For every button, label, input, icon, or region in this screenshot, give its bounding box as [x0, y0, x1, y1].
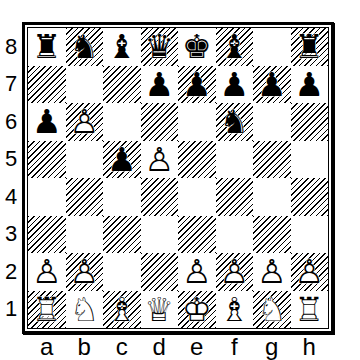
piece-black-pawn: ♟♟ [216, 66, 254, 104]
piece-black-pawn: ♟♟ [141, 66, 179, 104]
file-label-b: b [66, 334, 104, 360]
square-c3[interactable] [103, 216, 141, 254]
piece-white-bishop: ♝♗ [216, 291, 254, 329]
piece-white-pawn: ♟♙ [216, 253, 254, 291]
piece-glyph: ♟ [182, 68, 212, 101]
piece-glyph: ♜ [32, 30, 62, 63]
square-b8[interactable]: ♞♞ [66, 28, 104, 66]
file-label-f: f [216, 334, 254, 360]
square-h5[interactable] [291, 141, 329, 179]
rank-label-5: 5 [0, 141, 22, 179]
square-a4[interactable] [28, 178, 66, 216]
square-b4[interactable] [66, 178, 104, 216]
piece-black-pawn: ♟♟ [291, 66, 329, 104]
piece-glyph: ♗ [219, 293, 249, 326]
square-g7[interactable]: ♟♟ [253, 66, 291, 104]
rank-label-8: 8 [0, 28, 22, 66]
square-g3[interactable] [253, 216, 291, 254]
square-a7[interactable] [28, 66, 66, 104]
piece-black-pawn: ♟♟ [103, 141, 141, 179]
square-e3[interactable] [178, 216, 216, 254]
square-c2[interactable] [103, 253, 141, 291]
square-c8[interactable]: ♝♝ [103, 28, 141, 66]
square-h3[interactable] [291, 216, 329, 254]
square-d2[interactable] [141, 253, 179, 291]
piece-white-rook: ♜♖ [291, 291, 329, 329]
square-e7[interactable]: ♟♟ [178, 66, 216, 104]
square-g8[interactable] [253, 28, 291, 66]
piece-glyph: ♟ [219, 68, 249, 101]
square-f8[interactable]: ♝♝ [216, 28, 254, 66]
piece-glyph: ♙ [144, 143, 174, 176]
piece-glyph: ♙ [182, 255, 212, 288]
square-a5[interactable] [28, 141, 66, 179]
piece-white-pawn: ♟♙ [141, 141, 179, 179]
square-e6[interactable] [178, 103, 216, 141]
square-e4[interactable] [178, 178, 216, 216]
piece-glyph: ♚ [182, 30, 212, 63]
piece-white-pawn: ♟♙ [291, 253, 329, 291]
piece-glyph: ♟ [32, 105, 62, 138]
piece-glyph: ♛ [144, 30, 174, 63]
piece-black-knight: ♞♞ [66, 28, 104, 66]
piece-white-pawn: ♟♙ [28, 253, 66, 291]
piece-black-pawn: ♟♟ [178, 66, 216, 104]
square-h1[interactable]: ♜♖ [291, 291, 329, 329]
file-label-g: g [253, 334, 291, 360]
piece-white-knight: ♞♘ [66, 291, 104, 329]
square-h2[interactable]: ♟♙ [291, 253, 329, 291]
square-g6[interactable] [253, 103, 291, 141]
square-f4[interactable] [216, 178, 254, 216]
chess-diagram: 87654321 abcdefgh ♜♜♞♞♝♝♛♛♚♚♝♝♜♜♟♟♟♟♟♟♟♟… [0, 0, 360, 360]
rank-label-4: 4 [0, 178, 22, 216]
piece-black-bishop: ♝♝ [103, 28, 141, 66]
piece-glyph: ♖ [294, 293, 324, 326]
rank-label-3: 3 [0, 216, 22, 254]
square-h4[interactable] [291, 178, 329, 216]
piece-glyph: ♟ [294, 68, 324, 101]
square-h6[interactable] [291, 103, 329, 141]
square-a3[interactable] [28, 216, 66, 254]
square-h7[interactable]: ♟♟ [291, 66, 329, 104]
piece-glyph: ♞ [69, 30, 99, 63]
piece-white-knight: ♞♘ [253, 291, 291, 329]
square-c7[interactable] [103, 66, 141, 104]
piece-black-knight: ♞♞ [216, 103, 254, 141]
piece-black-rook: ♜♜ [28, 28, 66, 66]
file-label-d: d [141, 334, 179, 360]
square-c5[interactable]: ♟♟ [103, 141, 141, 179]
square-g4[interactable] [253, 178, 291, 216]
piece-glyph: ♔ [182, 293, 212, 326]
piece-glyph: ♜ [294, 30, 324, 63]
piece-glyph: ♝ [219, 30, 249, 63]
square-b7[interactable] [66, 66, 104, 104]
square-c4[interactable] [103, 178, 141, 216]
file-label-h: h [291, 334, 329, 360]
square-d6[interactable] [141, 103, 179, 141]
piece-white-rook: ♜♖ [28, 291, 66, 329]
piece-black-rook: ♜♜ [291, 28, 329, 66]
piece-glyph: ♙ [69, 105, 99, 138]
piece-black-bishop: ♝♝ [216, 28, 254, 66]
rank-label-2: 2 [0, 253, 22, 291]
piece-glyph: ♙ [294, 255, 324, 288]
square-e2[interactable]: ♟♙ [178, 253, 216, 291]
piece-black-queen: ♛♛ [141, 28, 179, 66]
square-e1[interactable]: ♚♔ [178, 291, 216, 329]
square-f6[interactable]: ♞♞ [216, 103, 254, 141]
piece-white-queen: ♛♕ [141, 291, 179, 329]
piece-black-pawn: ♟♟ [253, 66, 291, 104]
piece-glyph: ♘ [257, 293, 287, 326]
piece-white-king: ♚♔ [178, 291, 216, 329]
square-c6[interactable] [103, 103, 141, 141]
square-d4[interactable] [141, 178, 179, 216]
square-b3[interactable] [66, 216, 104, 254]
board-frame: ♜♜♞♞♝♝♛♛♚♚♝♝♜♜♟♟♟♟♟♟♟♟♟♟♟♟♟♙♞♞♟♟♟♙♟♙♟♙♟♙… [22, 22, 334, 334]
square-f7[interactable]: ♟♟ [216, 66, 254, 104]
square-b6[interactable]: ♟♙ [66, 103, 104, 141]
square-d1[interactable]: ♛♕ [141, 291, 179, 329]
piece-white-pawn: ♟♙ [178, 253, 216, 291]
file-label-c: c [103, 334, 141, 360]
piece-black-king: ♚♚ [178, 28, 216, 66]
square-f1[interactable]: ♝♗ [216, 291, 254, 329]
piece-glyph: ♙ [69, 255, 99, 288]
piece-black-pawn: ♟♟ [28, 103, 66, 141]
square-g5[interactable] [253, 141, 291, 179]
piece-white-bishop: ♝♗ [103, 291, 141, 329]
square-h8[interactable]: ♜♜ [291, 28, 329, 66]
square-b1[interactable]: ♞♘ [66, 291, 104, 329]
square-f2[interactable]: ♟♙ [216, 253, 254, 291]
chess-board: ♜♜♞♞♝♝♛♛♚♚♝♝♜♜♟♟♟♟♟♟♟♟♟♟♟♟♟♙♞♞♟♟♟♙♟♙♟♙♟♙… [27, 27, 329, 329]
square-e8[interactable]: ♚♚ [178, 28, 216, 66]
square-g1[interactable]: ♞♘ [253, 291, 291, 329]
piece-glyph: ♟ [144, 68, 174, 101]
square-b2[interactable]: ♟♙ [66, 253, 104, 291]
piece-glyph: ♝ [107, 30, 137, 63]
square-a8[interactable]: ♜♜ [28, 28, 66, 66]
square-e5[interactable] [178, 141, 216, 179]
square-d8[interactable]: ♛♛ [141, 28, 179, 66]
piece-white-pawn: ♟♙ [66, 253, 104, 291]
rank-label-6: 6 [0, 103, 22, 141]
square-a6[interactable]: ♟♟ [28, 103, 66, 141]
rank-label-1: 1 [0, 291, 22, 329]
piece-glyph: ♖ [32, 293, 62, 326]
file-label-a: a [28, 334, 66, 360]
square-a1[interactable]: ♜♖ [28, 291, 66, 329]
square-a2[interactable]: ♟♙ [28, 253, 66, 291]
piece-white-pawn: ♟♙ [253, 253, 291, 291]
piece-glyph: ♗ [107, 293, 137, 326]
piece-white-pawn: ♟♙ [66, 103, 104, 141]
square-c1[interactable]: ♝♗ [103, 291, 141, 329]
file-label-e: e [178, 334, 216, 360]
piece-glyph: ♙ [32, 255, 62, 288]
square-d3[interactable] [141, 216, 179, 254]
piece-glyph: ♘ [69, 293, 99, 326]
piece-glyph: ♟ [107, 143, 137, 176]
square-d7[interactable]: ♟♟ [141, 66, 179, 104]
piece-glyph: ♕ [144, 293, 174, 326]
rank-label-7: 7 [0, 66, 22, 104]
piece-glyph: ♙ [219, 255, 249, 288]
square-f5[interactable] [216, 141, 254, 179]
piece-glyph: ♙ [257, 255, 287, 288]
piece-glyph: ♟ [257, 68, 287, 101]
piece-glyph: ♞ [219, 105, 249, 138]
square-g2[interactable]: ♟♙ [253, 253, 291, 291]
square-f3[interactable] [216, 216, 254, 254]
square-b5[interactable] [66, 141, 104, 179]
square-d5[interactable]: ♟♙ [141, 141, 179, 179]
